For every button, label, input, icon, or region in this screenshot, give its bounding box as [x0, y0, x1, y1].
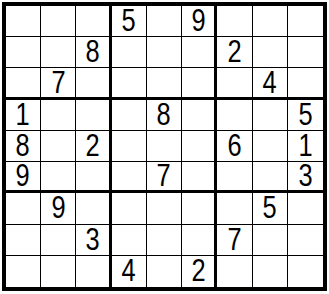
cell-r6c6[interactable] — [182, 162, 217, 193]
cell-r5c2[interactable] — [41, 131, 76, 162]
cell-r8c8[interactable] — [253, 225, 288, 256]
cell-r7c9[interactable] — [288, 193, 323, 224]
cell-r2c3[interactable]: 8 — [76, 37, 111, 68]
given-digit: 3 — [298, 162, 312, 192]
cell-r1c1[interactable] — [6, 6, 41, 37]
cell-r4c5[interactable]: 8 — [147, 100, 182, 131]
cell-r3c6[interactable] — [182, 68, 217, 99]
cell-r5c3[interactable]: 2 — [76, 131, 111, 162]
cell-r8c4[interactable] — [112, 225, 147, 256]
cell-r9c7[interactable] — [217, 256, 252, 287]
cell-r2c6[interactable] — [182, 37, 217, 68]
given-digit: 8 — [16, 131, 30, 162]
cell-r7c5[interactable] — [147, 193, 182, 224]
given-digit: 7 — [227, 225, 241, 256]
cell-r4c9[interactable]: 5 — [288, 100, 323, 131]
cell-r6c7[interactable] — [217, 162, 252, 193]
cell-r8c2[interactable] — [41, 225, 76, 256]
cell-r9c1[interactable] — [6, 256, 41, 287]
cell-r8c5[interactable] — [147, 225, 182, 256]
cell-r3c7[interactable] — [217, 68, 252, 99]
cell-r3c5[interactable] — [147, 68, 182, 99]
cell-r2c5[interactable] — [147, 37, 182, 68]
cell-r4c6[interactable] — [182, 100, 217, 131]
cell-r3c1[interactable] — [6, 68, 41, 99]
cell-r7c7[interactable] — [217, 193, 252, 224]
sudoku-board: 5982741858261973953742 — [2, 2, 327, 291]
cell-r1c5[interactable] — [147, 6, 182, 37]
cell-r4c2[interactable] — [41, 100, 76, 131]
given-digit: 8 — [85, 37, 99, 68]
cell-r5c5[interactable] — [147, 131, 182, 162]
given-digit: 5 — [122, 6, 136, 37]
cell-r9c8[interactable] — [253, 256, 288, 287]
given-digit: 7 — [51, 68, 65, 98]
cell-r7c6[interactable] — [182, 193, 217, 224]
cell-r5c9[interactable]: 1 — [288, 131, 323, 162]
cell-r4c4[interactable] — [112, 100, 147, 131]
cell-r8c3[interactable]: 3 — [76, 225, 111, 256]
cell-r9c4[interactable]: 4 — [112, 256, 147, 287]
cell-r7c2[interactable]: 9 — [41, 193, 76, 224]
cell-r1c2[interactable] — [41, 6, 76, 37]
given-digit: 5 — [263, 193, 277, 224]
cell-r7c4[interactable] — [112, 193, 147, 224]
cell-r2c4[interactable] — [112, 37, 147, 68]
cell-r1c7[interactable] — [217, 6, 252, 37]
cell-r3c4[interactable] — [112, 68, 147, 99]
cell-r4c3[interactable] — [76, 100, 111, 131]
cell-r7c8[interactable]: 5 — [253, 193, 288, 224]
cell-r2c8[interactable] — [253, 37, 288, 68]
given-digit: 2 — [227, 37, 241, 68]
cell-r8c1[interactable] — [6, 225, 41, 256]
cell-r5c1[interactable]: 8 — [6, 131, 41, 162]
given-digit: 9 — [16, 162, 30, 192]
given-digit: 6 — [227, 131, 241, 162]
cell-r9c5[interactable] — [147, 256, 182, 287]
cell-r6c8[interactable] — [253, 162, 288, 193]
cell-r5c8[interactable] — [253, 131, 288, 162]
cell-r3c3[interactable] — [76, 68, 111, 99]
cell-r3c9[interactable] — [288, 68, 323, 99]
given-digit: 1 — [298, 131, 312, 162]
cell-r3c8[interactable]: 4 — [253, 68, 288, 99]
given-digit: 4 — [263, 68, 277, 98]
cell-r5c6[interactable] — [182, 131, 217, 162]
cell-r5c7[interactable]: 6 — [217, 131, 252, 162]
given-digit: 7 — [157, 162, 171, 192]
cell-r6c4[interactable] — [112, 162, 147, 193]
cell-r9c3[interactable] — [76, 256, 111, 287]
cell-r8c7[interactable]: 7 — [217, 225, 252, 256]
cell-r8c9[interactable] — [288, 225, 323, 256]
cell-r9c2[interactable] — [41, 256, 76, 287]
cell-r6c9[interactable]: 3 — [288, 162, 323, 193]
given-digit: 4 — [122, 256, 136, 287]
cell-r2c7[interactable]: 2 — [217, 37, 252, 68]
cell-r2c9[interactable] — [288, 37, 323, 68]
cell-r7c3[interactable] — [76, 193, 111, 224]
cell-r2c2[interactable] — [41, 37, 76, 68]
given-digit: 1 — [16, 100, 30, 131]
cell-r4c1[interactable]: 1 — [6, 100, 41, 131]
sudoku-page: 5982741858261973953742 — [0, 0, 329, 294]
given-digit: 3 — [85, 225, 99, 256]
cell-r1c6[interactable]: 9 — [182, 6, 217, 37]
given-digit: 2 — [191, 256, 205, 287]
given-digit: 5 — [298, 100, 312, 131]
cell-r1c4[interactable]: 5 — [112, 6, 147, 37]
cell-r3c2[interactable]: 7 — [41, 68, 76, 99]
cell-r8c6[interactable] — [182, 225, 217, 256]
cell-r5c4[interactable] — [112, 131, 147, 162]
cell-r6c5[interactable]: 7 — [147, 162, 182, 193]
cell-r6c1[interactable]: 9 — [6, 162, 41, 193]
cell-r9c9[interactable] — [288, 256, 323, 287]
cell-r2c1[interactable] — [6, 37, 41, 68]
given-digit: 9 — [51, 193, 65, 224]
cell-r9c6[interactable]: 2 — [182, 256, 217, 287]
cell-r6c3[interactable] — [76, 162, 111, 193]
given-digit: 2 — [85, 131, 99, 162]
cell-r1c9[interactable] — [288, 6, 323, 37]
cell-r1c3[interactable] — [76, 6, 111, 37]
given-digit: 9 — [191, 6, 205, 37]
cell-r7c1[interactable] — [6, 193, 41, 224]
cell-r4c8[interactable] — [253, 100, 288, 131]
cell-r1c8[interactable] — [253, 6, 288, 37]
given-digit: 8 — [157, 100, 171, 131]
cell-r6c2[interactable] — [41, 162, 76, 193]
cell-r4c7[interactable] — [217, 100, 252, 131]
